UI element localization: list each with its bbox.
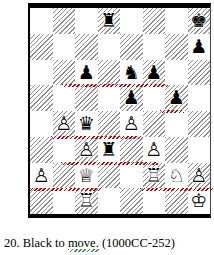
square-e4[interactable]: ♙ [120, 111, 143, 137]
square-a3[interactable] [30, 137, 53, 163]
square-a4[interactable] [30, 111, 53, 137]
square-e1[interactable] [120, 188, 143, 214]
square-d1[interactable] [98, 188, 121, 214]
square-f3[interactable]: ♙ [143, 137, 166, 163]
square-a6[interactable] [30, 60, 53, 86]
square-g1[interactable] [165, 188, 188, 214]
white-pawn-f3[interactable]: ♙ [143, 137, 166, 163]
square-a2[interactable]: ♙ [30, 163, 53, 189]
square-h3[interactable] [188, 137, 211, 163]
black-pawn-g5[interactable]: ♟ [165, 85, 188, 111]
black-rook-d8[interactable]: ♜ [98, 8, 121, 34]
white-rook-c1[interactable]: ♖ [75, 188, 98, 214]
square-g6[interactable] [165, 60, 188, 86]
square-f2[interactable]: ♖ [143, 163, 166, 189]
square-a1[interactable] [30, 188, 53, 214]
square-f5[interactable] [143, 85, 166, 111]
square-c1[interactable]: ♖ [75, 188, 98, 214]
white-knight-g2[interactable]: ♘ [165, 163, 188, 189]
square-c4[interactable]: ♛ [75, 111, 98, 137]
square-d6[interactable] [98, 60, 121, 86]
white-pawn-h2[interactable]: ♙ [188, 163, 211, 189]
black-pawn-e5[interactable]: ♟ [120, 85, 143, 111]
square-d2[interactable] [98, 163, 121, 189]
black-pawn-h7[interactable]: ♟ [188, 34, 211, 60]
square-b7[interactable] [53, 34, 76, 60]
caption-prefix: 20. Black to [4, 236, 68, 250]
diagram-caption: 20. Black to move. (1000CC-252) [4, 236, 175, 251]
white-king-h1[interactable]: ♔ [188, 188, 211, 214]
square-f8[interactable] [143, 8, 166, 34]
red-squiggle-rank3 [61, 162, 158, 165]
white-pawn-b4[interactable]: ♙ [53, 111, 76, 137]
black-rook-d3[interactable]: ♜ [98, 137, 121, 163]
black-knight-e6[interactable]: ♞ [120, 60, 143, 86]
square-g3[interactable] [165, 137, 188, 163]
square-a7[interactable] [30, 34, 53, 60]
red-squiggle-g5 [160, 110, 184, 113]
black-pawn-c6[interactable]: ♟ [75, 60, 98, 86]
square-h7[interactable]: ♟ [188, 34, 211, 60]
square-g7[interactable] [165, 34, 188, 60]
square-f4[interactable] [143, 111, 166, 137]
caption-word-move: move. [68, 236, 99, 250]
square-c2[interactable]: ♕ [75, 163, 98, 189]
square-b4[interactable]: ♙ [53, 111, 76, 137]
square-g8[interactable] [165, 8, 188, 34]
white-queen-c2[interactable]: ♕ [75, 163, 98, 189]
square-g5[interactable]: ♟ [165, 85, 188, 111]
square-f1[interactable] [143, 188, 166, 214]
square-g4[interactable] [165, 111, 188, 137]
square-b8[interactable] [53, 8, 76, 34]
square-h5[interactable] [188, 85, 211, 111]
square-b2[interactable] [53, 163, 76, 189]
square-c8[interactable] [75, 8, 98, 34]
square-e6[interactable]: ♞ [120, 60, 143, 86]
square-e8[interactable] [120, 8, 143, 34]
red-squiggle-rank2-left [28, 188, 102, 191]
square-h8[interactable]: ♚ [188, 8, 211, 34]
square-e5[interactable]: ♟ [120, 85, 143, 111]
square-e7[interactable] [120, 34, 143, 60]
square-c5[interactable] [75, 85, 98, 111]
square-b1[interactable] [53, 188, 76, 214]
square-h1[interactable]: ♔ [188, 188, 211, 214]
square-h6[interactable] [188, 60, 211, 86]
square-d5[interactable] [98, 85, 121, 111]
black-king-h8[interactable]: ♚ [188, 8, 211, 34]
square-d7[interactable] [98, 34, 121, 60]
square-b6[interactable] [53, 60, 76, 86]
square-d3[interactable]: ♜ [98, 137, 121, 163]
white-pawn-e4[interactable]: ♙ [120, 111, 143, 137]
square-f7[interactable] [143, 34, 166, 60]
square-a8[interactable] [30, 8, 53, 34]
square-e3[interactable] [120, 137, 143, 163]
square-h2[interactable]: ♙ [188, 163, 211, 189]
square-d8[interactable]: ♜ [98, 8, 121, 34]
red-squiggle-rank2-right [140, 188, 214, 191]
white-pawn-a2[interactable]: ♙ [30, 163, 53, 189]
red-squiggle-rank4 [51, 136, 142, 139]
square-e2[interactable] [120, 163, 143, 189]
square-d4[interactable] [98, 111, 121, 137]
caption-suffix: (1000CC-252) [99, 236, 175, 250]
square-f6[interactable]: ♟ [143, 60, 166, 86]
square-a5[interactable] [30, 85, 53, 111]
black-pawn-f6[interactable]: ♟ [143, 60, 166, 86]
square-h4[interactable] [188, 111, 211, 137]
black-queen-c4[interactable]: ♛ [75, 111, 98, 137]
white-rook-f2[interactable]: ♖ [143, 163, 166, 189]
square-c3[interactable]: ♙ [75, 137, 98, 163]
white-pawn-c3[interactable]: ♙ [75, 137, 98, 163]
square-b5[interactable] [53, 85, 76, 111]
square-g2[interactable]: ♘ [165, 163, 188, 189]
red-squiggle-rank6 [62, 84, 168, 87]
square-b3[interactable] [53, 137, 76, 163]
square-c6[interactable]: ♟ [75, 60, 98, 86]
square-c7[interactable] [75, 34, 98, 60]
chess-diagram-page: ♜♚♟♟♞♟♟♟♙♛♙♙♜♙♙♕♖♘♙♖♔ 20. Black to move.… [0, 0, 214, 255]
